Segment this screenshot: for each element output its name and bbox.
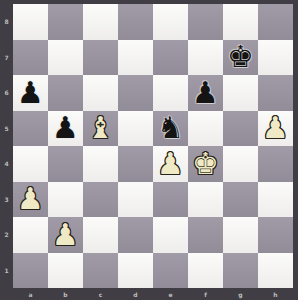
square-c3[interactable]: [83, 182, 118, 218]
square-b6[interactable]: [48, 75, 83, 111]
square-f4[interactable]: ♚: [188, 146, 223, 182]
square-d7[interactable]: [118, 40, 153, 76]
white-king-piece[interactable]: ♚: [188, 146, 223, 182]
rank-labels: 87654321: [0, 4, 13, 288]
square-h2[interactable]: [258, 217, 293, 253]
square-g5[interactable]: [223, 111, 258, 147]
square-a7[interactable]: [13, 40, 48, 76]
square-e5[interactable]: ♞: [153, 111, 188, 147]
file-label-c: c: [83, 288, 118, 300]
square-d8[interactable]: [118, 4, 153, 40]
square-a8[interactable]: [13, 4, 48, 40]
black-king-piece[interactable]: ♚: [223, 40, 258, 76]
file-label-e: e: [153, 288, 188, 300]
square-d3[interactable]: [118, 182, 153, 218]
black-pawn-piece[interactable]: ♟: [188, 75, 223, 111]
square-f6[interactable]: ♟: [188, 75, 223, 111]
square-h8[interactable]: [258, 4, 293, 40]
rank-label-2: 2: [0, 217, 13, 253]
square-b7[interactable]: [48, 40, 83, 76]
file-label-h: h: [258, 288, 293, 300]
square-f3[interactable]: [188, 182, 223, 218]
file-label-d: d: [118, 288, 153, 300]
square-g8[interactable]: [223, 4, 258, 40]
square-f2[interactable]: [188, 217, 223, 253]
square-e1[interactable]: [153, 253, 188, 289]
rank-label-3: 3: [0, 182, 13, 218]
square-e8[interactable]: [153, 4, 188, 40]
square-h1[interactable]: [258, 253, 293, 289]
square-e2[interactable]: [153, 217, 188, 253]
square-c4[interactable]: [83, 146, 118, 182]
square-f1[interactable]: [188, 253, 223, 289]
square-a2[interactable]: [13, 217, 48, 253]
square-b1[interactable]: [48, 253, 83, 289]
square-g2[interactable]: [223, 217, 258, 253]
square-h3[interactable]: [258, 182, 293, 218]
square-c1[interactable]: [83, 253, 118, 289]
rank-label-5: 5: [0, 111, 13, 147]
rank-label-4: 4: [0, 146, 13, 182]
rank-label-1: 1: [0, 253, 13, 289]
white-pawn-piece[interactable]: ♟: [48, 217, 83, 253]
square-d1[interactable]: [118, 253, 153, 289]
square-h4[interactable]: [258, 146, 293, 182]
square-a6[interactable]: ♟: [13, 75, 48, 111]
square-b8[interactable]: [48, 4, 83, 40]
square-h6[interactable]: [258, 75, 293, 111]
square-g6[interactable]: [223, 75, 258, 111]
square-a5[interactable]: [13, 111, 48, 147]
rank-label-8: 8: [0, 4, 13, 40]
file-labels: abcdefgh: [13, 288, 293, 300]
square-a1[interactable]: [13, 253, 48, 289]
square-a3[interactable]: ♟: [13, 182, 48, 218]
square-c7[interactable]: [83, 40, 118, 76]
square-g7[interactable]: ♚: [223, 40, 258, 76]
rank-label-6: 6: [0, 75, 13, 111]
square-c2[interactable]: [83, 217, 118, 253]
square-c5[interactable]: ♝: [83, 111, 118, 147]
square-g1[interactable]: [223, 253, 258, 289]
chess-board: ♚♟♟♟♝♞♟♟♚♟♟: [13, 4, 293, 288]
square-d4[interactable]: [118, 146, 153, 182]
square-f7[interactable]: [188, 40, 223, 76]
square-g3[interactable]: [223, 182, 258, 218]
file-label-a: a: [13, 288, 48, 300]
square-d2[interactable]: [118, 217, 153, 253]
black-pawn-piece[interactable]: ♟: [13, 75, 48, 111]
chess-board-diagram: 87654321 ♚♟♟♟♝♞♟♟♚♟♟ abcdefgh: [0, 0, 298, 300]
square-a4[interactable]: [13, 146, 48, 182]
white-pawn-piece[interactable]: ♟: [13, 182, 48, 218]
rank-label-7: 7: [0, 40, 13, 76]
square-d5[interactable]: [118, 111, 153, 147]
file-label-f: f: [188, 288, 223, 300]
square-c6[interactable]: [83, 75, 118, 111]
black-knight-piece[interactable]: ♞: [153, 111, 188, 147]
square-h5[interactable]: ♟: [258, 111, 293, 147]
square-f5[interactable]: [188, 111, 223, 147]
white-pawn-piece[interactable]: ♟: [258, 111, 293, 147]
square-b4[interactable]: [48, 146, 83, 182]
square-e7[interactable]: [153, 40, 188, 76]
square-b2[interactable]: ♟: [48, 217, 83, 253]
square-f8[interactable]: [188, 4, 223, 40]
square-e3[interactable]: [153, 182, 188, 218]
file-label-g: g: [223, 288, 258, 300]
square-h7[interactable]: [258, 40, 293, 76]
square-g4[interactable]: [223, 146, 258, 182]
black-pawn-piece[interactable]: ♟: [48, 111, 83, 147]
file-label-b: b: [48, 288, 83, 300]
square-c8[interactable]: [83, 4, 118, 40]
white-pawn-piece[interactable]: ♟: [153, 146, 188, 182]
white-bishop-piece[interactable]: ♝: [83, 111, 118, 147]
square-e6[interactable]: [153, 75, 188, 111]
square-b5[interactable]: ♟: [48, 111, 83, 147]
square-d6[interactable]: [118, 75, 153, 111]
square-b3[interactable]: [48, 182, 83, 218]
square-e4[interactable]: ♟: [153, 146, 188, 182]
